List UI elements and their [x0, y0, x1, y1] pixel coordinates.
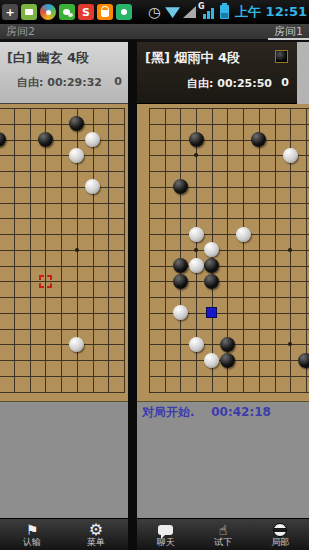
- local-view-button[interactable]: 局部: [260, 519, 300, 550]
- black-stone: [298, 353, 309, 368]
- black-captures-count: 0: [281, 76, 289, 89]
- grid-line-h: [149, 329, 309, 330]
- white-stone: [85, 179, 100, 194]
- clock-text: 上午 12:51: [235, 3, 307, 21]
- flag-icon: [26, 522, 39, 537]
- menu-button[interactable]: 菜单: [76, 519, 116, 550]
- grid-line-h: [0, 344, 125, 345]
- star-point: [288, 342, 292, 346]
- browser-icon: [40, 4, 56, 20]
- grid-line-h: [0, 187, 125, 188]
- room2-white-player-panel: [白] 幽玄 4段 自由: 00:29:32 0: [0, 40, 128, 104]
- grid-line-h: [0, 329, 125, 330]
- alarm-icon: ◷: [146, 4, 162, 20]
- trial-move-button[interactable]: 试下: [203, 519, 243, 550]
- tab-room2[interactable]: 房间2: [0, 24, 41, 40]
- white-stone: [85, 132, 100, 147]
- plus-icon: +: [2, 4, 18, 20]
- black-stone: [251, 132, 266, 147]
- notification-icons: + S: [2, 4, 132, 20]
- room1-next-panel-edge: [297, 40, 309, 104]
- grid-line-h: [0, 108, 125, 109]
- grid-line-v: [30, 108, 31, 393]
- grid-line-h: [149, 234, 309, 235]
- grid-line-h: [0, 376, 125, 377]
- wechat-icon: [59, 4, 75, 20]
- black-stone: [173, 179, 188, 194]
- room-tab-bar: 房间2 房间1: [0, 24, 309, 40]
- hand-icon: [219, 522, 228, 537]
- black-stone: [204, 274, 219, 289]
- grid-line-v: [259, 108, 260, 393]
- white-stone: [204, 242, 219, 257]
- menu-button-label: 菜单: [87, 537, 105, 547]
- grid-line-h: [149, 376, 309, 377]
- grid-line-h: [149, 124, 309, 125]
- white-stone: [189, 227, 204, 242]
- grid-line-h: [0, 124, 125, 125]
- go-board-room2[interactable]: [0, 104, 128, 402]
- grid-line-h: [0, 155, 125, 156]
- grid-line-h: [0, 297, 125, 298]
- white-stone: [236, 227, 251, 242]
- room2-toolbar: 认输菜单: [0, 518, 128, 550]
- black-stone: [38, 132, 53, 147]
- grid-line-v: [108, 108, 109, 393]
- grid-line-v: [14, 108, 15, 393]
- grid-line-h: [0, 234, 125, 235]
- grid-line-h: [149, 297, 309, 298]
- roaming-triangle-icon: [183, 6, 196, 18]
- black-stone: [220, 353, 235, 368]
- gear-icon: [89, 522, 103, 537]
- grid-line-v: [93, 108, 94, 393]
- status-bar: + S ◷ G 上午 12:51: [0, 0, 309, 24]
- grid-line-v: [124, 108, 125, 393]
- room1-black-player-panel: [黑] 烟雨中 4段 自由: 00:25:50 0: [137, 40, 297, 104]
- star-point: [75, 248, 79, 252]
- game-start-message: 对局开始. 00:42:18: [137, 402, 309, 421]
- grid-line-v: [243, 108, 244, 393]
- grid-line-h: [0, 266, 125, 267]
- white-stone: [189, 337, 204, 352]
- grid-line-h: [0, 392, 125, 393]
- white-stone: [204, 353, 219, 368]
- black-clock: 自由: 00:25:50: [187, 77, 272, 90]
- grid-line-h: [149, 218, 309, 219]
- grid-line-h: [149, 140, 309, 141]
- room1-toolbar: 聊天试下局部: [137, 518, 309, 550]
- system-icons: ◷ G 上午 12:51: [146, 3, 307, 21]
- panel-divider: [128, 40, 137, 550]
- room2-message-area: [0, 402, 128, 518]
- battery-icon: [220, 5, 229, 19]
- white-stone: [69, 148, 84, 163]
- go-board-room1[interactable]: [137, 104, 309, 402]
- grid-line-h: [0, 360, 125, 361]
- taobao-icon: [97, 4, 113, 20]
- player-name-black: [黑] 烟雨中 4段: [137, 42, 297, 67]
- grid-line-v: [149, 108, 150, 393]
- green-app-icon: [116, 4, 132, 20]
- message-icon: [21, 4, 37, 20]
- chat-icon: [158, 522, 173, 537]
- white-clock: 自由: 00:29:32: [17, 76, 102, 89]
- network-type-label: G: [198, 2, 205, 11]
- white-stone: [69, 337, 84, 352]
- signal-bars-icon: G: [199, 4, 217, 20]
- grid-line-v: [306, 108, 307, 393]
- black-stone: [204, 258, 219, 273]
- black-stone: [0, 132, 6, 147]
- star-point: [288, 248, 292, 252]
- black-stone: [189, 132, 204, 147]
- grid-line-h: [149, 108, 309, 109]
- black-turn-indicator-icon: [275, 50, 288, 63]
- grid-line-v: [61, 108, 62, 393]
- red-target-marker: [39, 275, 52, 288]
- chat-button-label: 聊天: [157, 537, 175, 547]
- grid-line-h: [149, 250, 309, 251]
- grid-line-v: [165, 108, 166, 393]
- grid-line-h: [149, 171, 309, 172]
- room1-message-area: 对局开始. 00:42:18: [137, 402, 309, 518]
- black-stone: [69, 116, 84, 131]
- blue-square-marker: [206, 307, 217, 318]
- resign-button-label: 认输: [23, 537, 41, 547]
- white-stone: [283, 148, 298, 163]
- sogou-icon: S: [78, 4, 94, 20]
- tab-room1[interactable]: 房间1: [268, 24, 309, 40]
- grid-line-h: [0, 140, 125, 141]
- local-view-button-label: 局部: [271, 537, 289, 547]
- grid-line-h: [149, 392, 309, 393]
- grid-line-v: [275, 108, 276, 393]
- star-point: [194, 153, 198, 157]
- chat-button[interactable]: 聊天: [146, 519, 186, 550]
- white-stone: [173, 305, 188, 320]
- player-name-white: [白] 幽玄 4段: [0, 42, 128, 67]
- grid-line-h: [0, 281, 125, 282]
- black-stone: [173, 274, 188, 289]
- grid-line-h: [0, 171, 125, 172]
- grid-line-h: [0, 203, 125, 204]
- trial-move-button-label: 试下: [214, 537, 232, 547]
- grid-line-h: [149, 203, 309, 204]
- app-screen: + S ◷ G 上午 12:51 房间2 房间1 [白] 幽玄 4段 自由: 0…: [0, 0, 309, 550]
- star-point: [194, 248, 198, 252]
- wifi-icon: [165, 6, 180, 18]
- black-stone: [220, 337, 235, 352]
- grid-line-v: [180, 108, 181, 393]
- grid-line-h: [0, 218, 125, 219]
- white-captures-count: 0: [114, 75, 122, 88]
- white-stone: [189, 258, 204, 273]
- black-stone: [173, 258, 188, 273]
- grid-line-h: [0, 250, 125, 251]
- grid-line-h: [0, 313, 125, 314]
- stone-icon: [273, 523, 287, 537]
- grid-line-v: [45, 108, 46, 393]
- resign-button[interactable]: 认输: [12, 519, 52, 550]
